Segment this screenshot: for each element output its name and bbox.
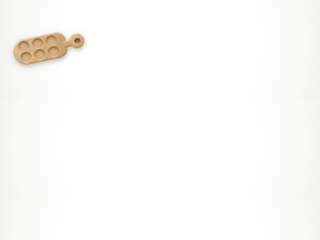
pit-r2c3[interactable] — [47, 45, 60, 58]
mancala-board — [11, 27, 87, 67]
product-photo-scene — [0, 0, 100, 100]
pits-grid — [15, 34, 62, 64]
board-body — [11, 31, 69, 67]
pit-r2c1[interactable] — [19, 51, 32, 64]
pit-r2c2[interactable] — [33, 48, 46, 61]
handle-knob — [68, 32, 86, 50]
hanging-hole — [74, 37, 81, 43]
